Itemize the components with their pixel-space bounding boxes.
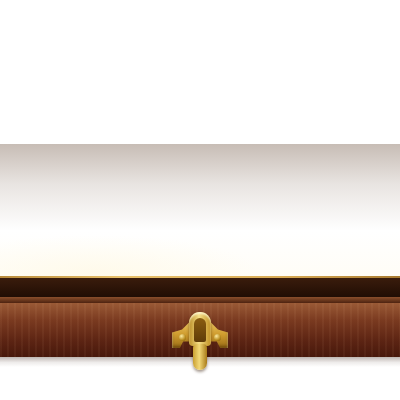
brass-latch bbox=[172, 310, 228, 360]
board-depth-shading bbox=[0, 144, 400, 278]
latch-hook bbox=[193, 344, 207, 370]
latch-screw-left bbox=[179, 334, 186, 341]
latch-screw-right bbox=[214, 334, 221, 341]
board-front-border bbox=[0, 278, 400, 297]
chess-set-photo bbox=[0, 0, 400, 400]
latch-hasp-arch bbox=[194, 318, 206, 342]
